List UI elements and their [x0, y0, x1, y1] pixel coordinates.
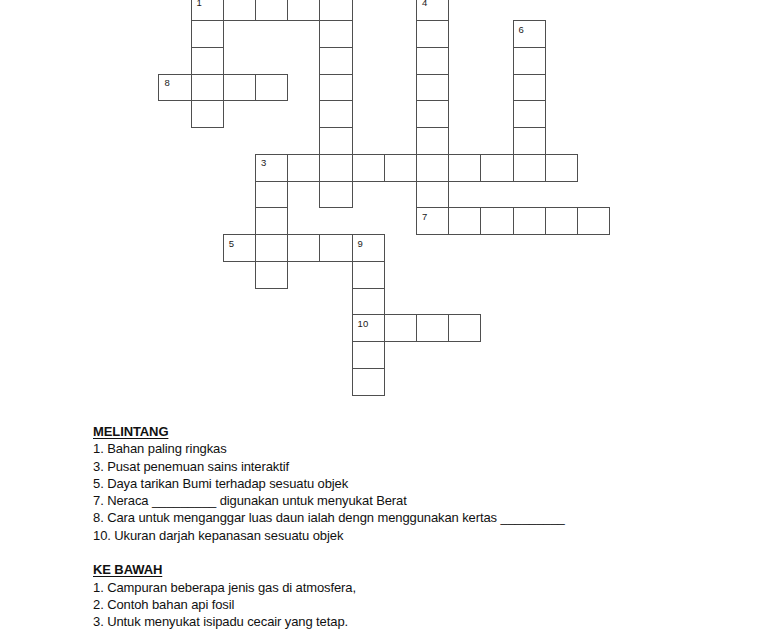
- crossword-cell-r7-c5[interactable]: [255, 181, 288, 209]
- crossword-cell-r12-c8[interactable]: 10: [352, 314, 385, 342]
- crossword-cell-r8-c12[interactable]: [480, 207, 513, 235]
- crossword-cell-r1-c3[interactable]: [191, 20, 224, 48]
- crossword-cell-r6-c13[interactable]: [513, 154, 546, 182]
- crossword-cell-r2-c10[interactable]: [416, 47, 449, 75]
- crossword-cell-r2-c13[interactable]: [513, 47, 546, 75]
- crossword-cell-r3-c10[interactable]: [416, 74, 449, 102]
- crossword-cell-r6-c9[interactable]: [384, 154, 417, 182]
- clue-across-1: 1. Bahan paling ringkas: [93, 440, 713, 457]
- clue-across-8: 8. Cara untuk menganggar luas daun ialah…: [93, 509, 713, 526]
- clue-down-1: 1. Campuran beberapa jenis gas di atmosf…: [93, 579, 713, 596]
- across-section-heading: MELINTANG: [93, 423, 713, 440]
- cell-number-5: 5: [224, 235, 255, 248]
- crossword-cell-r6-c14[interactable]: [545, 154, 578, 182]
- crossword-cell-r9-c5[interactable]: [255, 234, 288, 262]
- crossword-cell-r10-c5[interactable]: [255, 261, 288, 289]
- cell-number-3: 3: [256, 155, 287, 168]
- crossword-cell-r4-c10[interactable]: [416, 100, 449, 128]
- crossword-cell-r4-c13[interactable]: [513, 100, 546, 128]
- crossword-cell-r1-c10[interactable]: [416, 20, 449, 48]
- crossword-cell-r14-c8[interactable]: [352, 368, 385, 396]
- crossword-cell-r5-c7[interactable]: [319, 127, 352, 155]
- crossword-cell-r7-c10[interactable]: [416, 181, 449, 209]
- crossword-cell-r9-c6[interactable]: [287, 234, 320, 262]
- cell-number-8: 8: [159, 75, 190, 88]
- crossword-cell-r8-c5[interactable]: [255, 207, 288, 235]
- crossword-cell-r6-c11[interactable]: [448, 154, 481, 182]
- crossword-cell-r5-c13[interactable]: [513, 127, 546, 155]
- cell-number-7: 7: [417, 208, 448, 221]
- crossword-cell-r6-c7[interactable]: [319, 154, 352, 182]
- crossword-cell-r10-c8[interactable]: [352, 261, 385, 289]
- crossword-cell-r6-c6[interactable]: [287, 154, 320, 182]
- crossword-cell-r6-c5[interactable]: 3: [255, 154, 288, 182]
- crossword-cell-r8-c14[interactable]: [545, 207, 578, 235]
- down-section-heading: KE BAWAH: [93, 561, 713, 578]
- crossword-cell-r0-c6[interactable]: [287, 0, 320, 21]
- clue-down-2: 2. Contoh bahan api fosil: [93, 596, 713, 613]
- crossword-cell-r2-c3[interactable]: [191, 47, 224, 75]
- cell-number-4: 4: [417, 0, 448, 7]
- crossword-cell-r9-c4[interactable]: 5: [223, 234, 256, 262]
- crossword-cell-r12-c11[interactable]: [448, 314, 481, 342]
- worksheet-page: { "game": "crossword", "title_visible": …: [0, 0, 768, 630]
- crossword-cell-r12-c10[interactable]: [416, 314, 449, 342]
- across-title: MELINTANG: [93, 424, 168, 439]
- crossword-cell-r0-c10[interactable]: 4: [416, 0, 449, 21]
- clue-across-5: 5. Daya tarikan Bumi terhadap sesuatu ob…: [93, 475, 713, 492]
- crossword-cell-r0-c5[interactable]: [255, 0, 288, 21]
- crossword-cell-r1-c7[interactable]: [319, 20, 352, 48]
- crossword-cell-r3-c7[interactable]: [319, 74, 352, 102]
- crossword-cell-r8-c15[interactable]: [577, 207, 610, 235]
- crossword-cell-r11-c8[interactable]: [352, 288, 385, 316]
- crossword-cell-r0-c7[interactable]: [319, 0, 352, 21]
- crossword-board: 1468375910: [0, 0, 768, 420]
- clue-across-7: 7. Neraca _________ digunakan untuk meny…: [93, 492, 713, 509]
- crossword-cell-r6-c8[interactable]: [352, 154, 385, 182]
- crossword-cell-r3-c5[interactable]: [255, 74, 288, 102]
- crossword-cell-r1-c13[interactable]: 6: [513, 20, 546, 48]
- cell-number-6: 6: [514, 21, 545, 34]
- crossword-cell-r12-c9[interactable]: [384, 314, 417, 342]
- clues-panel: MELINTANG 1. Bahan paling ringkas 3. Pus…: [93, 423, 713, 630]
- crossword-cell-r0-c4[interactable]: [223, 0, 256, 21]
- crossword-cell-r9-c7[interactable]: [319, 234, 352, 262]
- crossword-cell-r6-c10[interactable]: [416, 154, 449, 182]
- crossword-cell-r5-c10[interactable]: [416, 127, 449, 155]
- clue-across-3: 3. Pusat penemuan sains interaktif: [93, 458, 713, 475]
- crossword-cell-r8-c10[interactable]: 7: [416, 207, 449, 235]
- crossword-cell-r4-c7[interactable]: [319, 100, 352, 128]
- crossword-cell-r3-c3[interactable]: [191, 74, 224, 102]
- crossword-cell-r8-c13[interactable]: [513, 207, 546, 235]
- crossword-cell-r8-c11[interactable]: [448, 207, 481, 235]
- cell-number-1: 1: [192, 0, 223, 7]
- crossword-cell-r13-c8[interactable]: [352, 341, 385, 369]
- cell-number-10: 10: [353, 315, 384, 328]
- down-title: KE BAWAH: [93, 562, 162, 577]
- clues-gap: [93, 544, 713, 561]
- crossword-cell-r2-c7[interactable]: [319, 47, 352, 75]
- crossword-cell-r4-c3[interactable]: [191, 100, 224, 128]
- clue-across-10: 10. Ukuran darjah kepanasan sesuatu obje…: [93, 527, 713, 544]
- clue-down-3: 3. Untuk menyukat isipadu cecair yang te…: [93, 613, 713, 630]
- cell-number-9: 9: [353, 235, 384, 248]
- crossword-cell-r6-c12[interactable]: [480, 154, 513, 182]
- crossword-cell-r3-c4[interactable]: [223, 74, 256, 102]
- crossword-cell-r9-c8[interactable]: 9: [352, 234, 385, 262]
- crossword-cell-r3-c13[interactable]: [513, 74, 546, 102]
- crossword-cell-r7-c7[interactable]: [319, 181, 352, 209]
- crossword-cell-r3-c2[interactable]: 8: [158, 74, 191, 102]
- crossword-cell-r0-c3[interactable]: 1: [191, 0, 224, 21]
